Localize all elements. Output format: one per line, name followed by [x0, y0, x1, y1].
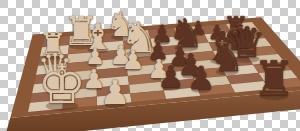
piece-black-pawn: ♟: [189, 19, 207, 37]
piece-black-pawn: ♟: [176, 50, 206, 80]
piece-white-king: ♚: [35, 58, 89, 112]
piece-black-rook: ♜: [250, 54, 298, 102]
piece-black-pawn: ♟: [207, 22, 227, 42]
piece-white-pawn: ♟: [79, 27, 99, 47]
piece-black-king: ♚: [222, 20, 258, 56]
piece-black-pawn: ♟: [150, 22, 174, 46]
piece-white-pawn: ♟: [81, 66, 107, 92]
piece-white-knight: ♞: [104, 7, 138, 41]
pieces-layer: ♜♜♝♞♞♛♚♟♟♟♟♟♟♟♞♞♝♜♛♚♜♟♟♟♟♟♟♟♟: [0, 0, 300, 131]
piece-white-rook: ♜: [61, 11, 101, 51]
piece-white-queen: ♛: [35, 48, 75, 88]
piece-white-knight: ♞: [118, 17, 160, 59]
piece-black-pawn: ♟: [167, 43, 193, 69]
piece-black-knight: ♞: [166, 13, 206, 53]
piece-white-pawn: ♟: [108, 42, 134, 68]
piece-white-pawn: ♟: [120, 47, 146, 73]
piece-white-pawn: ♟: [146, 56, 172, 82]
piece-white-pawn: ♟: [98, 75, 132, 109]
piece-black-pawn: ♟: [156, 62, 186, 92]
piece-black-rook: ♜: [221, 13, 251, 43]
piece-white-bishop: ♝: [80, 19, 116, 55]
piece-white-pawn: ♟: [84, 46, 106, 68]
piece-black-knight: ♞: [208, 39, 246, 77]
piece-black-pawn: ♟: [146, 39, 170, 63]
piece-black-bishop: ♝: [202, 26, 242, 66]
piece-white-rook: ♜: [37, 29, 69, 61]
piece-black-queen: ♛: [226, 22, 268, 64]
piece-black-pawn: ♟: [185, 62, 217, 94]
chess-photo-stage: ♜♜♝♞♞♛♚♟♟♟♟♟♟♟♞♞♝♜♛♚♜♟♟♟♟♟♟♟♟: [0, 0, 300, 131]
